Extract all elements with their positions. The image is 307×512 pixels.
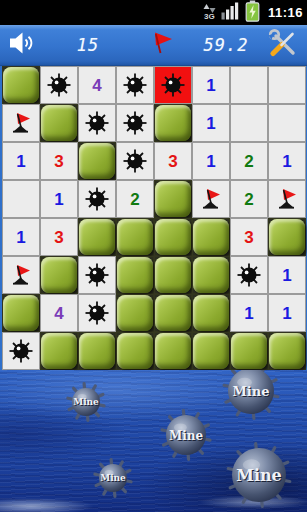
floating-sea-mine: MineMine [92, 457, 134, 503]
mine-icon [122, 148, 148, 174]
adjacent-mine-count: 1 [206, 77, 215, 94]
cell-r6c6[interactable] [192, 256, 230, 294]
cell-r5c2[interactable]: 3 [40, 218, 78, 256]
adjacent-mine-count: 1 [206, 153, 215, 170]
unrevealed-tile[interactable] [41, 105, 77, 141]
mine-icon [46, 72, 72, 98]
cell-r8c3[interactable] [78, 332, 116, 370]
unrevealed-tile[interactable] [117, 257, 153, 293]
unrevealed-tile[interactable] [193, 333, 229, 369]
flag-icon [275, 187, 299, 211]
mine-icon [84, 186, 110, 212]
cell-r5c8[interactable] [268, 218, 306, 256]
mine-icon [160, 72, 186, 98]
cell-r3c1[interactable]: 1 [2, 142, 40, 180]
cell-r7c6[interactable] [192, 294, 230, 332]
cell-r4c3[interactable] [78, 180, 116, 218]
unrevealed-tile[interactable] [231, 333, 267, 369]
cell-r2c3[interactable] [78, 104, 116, 142]
cell-r6c3[interactable] [78, 256, 116, 294]
floating-sea-mine: MineMine [159, 408, 213, 466]
unrevealed-tile[interactable] [117, 295, 153, 331]
unrevealed-tile[interactable] [155, 105, 191, 141]
adjacent-mine-count: 1 [54, 191, 63, 208]
svg-text:Mine: Mine [100, 473, 126, 483]
red-flag-icon [151, 30, 175, 56]
cell-r8c4[interactable] [116, 332, 154, 370]
speaker-icon [8, 30, 38, 56]
unrevealed-tile[interactable] [193, 295, 229, 331]
flag-icon [199, 187, 223, 211]
unrevealed-tile[interactable] [3, 67, 39, 103]
adjacent-mine-count: 2 [244, 153, 253, 170]
cell-r1c2[interactable] [40, 66, 78, 104]
unrevealed-tile[interactable] [41, 257, 77, 293]
adjacent-mine-count: 1 [16, 153, 25, 170]
cell-r7c4[interactable] [116, 294, 154, 332]
cell-r8c1[interactable] [2, 332, 40, 370]
cell-r6c2[interactable] [40, 256, 78, 294]
cell-r2c7[interactable] [230, 104, 268, 142]
cell-r3c6[interactable]: 1 [192, 142, 230, 180]
cell-r3c8[interactable]: 1 [268, 142, 306, 180]
timer-counter: 59.2 [190, 35, 262, 55]
svg-text:Mine: Mine [236, 466, 282, 485]
mine-icon [84, 110, 110, 136]
adjacent-mine-count: 3 [54, 229, 63, 246]
unrevealed-tile[interactable] [79, 333, 115, 369]
svg-text:Mine: Mine [73, 397, 99, 407]
cell-r4c8[interactable] [268, 180, 306, 218]
tools-icon [268, 28, 298, 58]
battery-charging-icon [245, 0, 260, 26]
cell-r1c8[interactable] [268, 66, 306, 104]
unrevealed-tile[interactable] [193, 257, 229, 293]
adjacent-mine-count: 1 [206, 115, 215, 132]
mine-icon [84, 262, 110, 288]
unrevealed-tile[interactable] [269, 219, 305, 255]
adjacent-mine-count: 2 [130, 191, 139, 208]
cell-r4c4[interactable]: 2 [116, 180, 154, 218]
cell-r3c7[interactable]: 2 [230, 142, 268, 180]
unrevealed-tile[interactable] [79, 219, 115, 255]
cell-r5c7[interactable]: 3 [230, 218, 268, 256]
minefield: 4111331211221331411 [0, 66, 307, 370]
cell-r4c1[interactable] [2, 180, 40, 218]
flag-icon [151, 30, 175, 60]
cell-r7c2[interactable]: 4 [40, 294, 78, 332]
svg-text:Mine: Mine [232, 384, 269, 399]
cell-r5c5[interactable] [154, 218, 192, 256]
cell-r8c7[interactable] [230, 332, 268, 370]
flag-icon [9, 263, 33, 287]
cell-r4c6[interactable] [192, 180, 230, 218]
adjacent-mine-count: 2 [244, 191, 253, 208]
network-label: 3G [204, 13, 215, 21]
adjacent-mine-count: 1 [282, 153, 291, 170]
cell-r5c4[interactable] [116, 218, 154, 256]
mine-icon [8, 338, 34, 364]
cell-r4c2[interactable]: 1 [40, 180, 78, 218]
unrevealed-tile[interactable] [269, 333, 305, 369]
adjacent-mine-count: 4 [92, 77, 101, 94]
signal-bars-icon [221, 1, 240, 24]
flag-icon [9, 111, 33, 135]
cell-r6c7[interactable] [230, 256, 268, 294]
cell-r7c3[interactable] [78, 294, 116, 332]
cell-r5c1[interactable]: 1 [2, 218, 40, 256]
cell-r1c5[interactable] [154, 66, 192, 104]
cell-r2c5[interactable] [154, 104, 192, 142]
adjacent-mine-count: 1 [244, 305, 253, 322]
status-bar: 3G 11:16 [0, 0, 307, 25]
unrevealed-tile[interactable] [155, 219, 191, 255]
cell-r3c2[interactable]: 3 [40, 142, 78, 180]
mine-icon [122, 72, 148, 98]
unrevealed-tile[interactable] [117, 333, 153, 369]
cell-r3c5[interactable]: 3 [154, 142, 192, 180]
floating-sea-mine: MineMine [221, 370, 281, 425]
cell-r1c6[interactable]: 1 [192, 66, 230, 104]
unrevealed-tile[interactable] [3, 295, 39, 331]
mine-icon [236, 262, 262, 288]
unrevealed-tile[interactable] [117, 219, 153, 255]
unrevealed-tile[interactable] [79, 143, 115, 179]
game-toolbar: 15 59.2 [0, 25, 307, 66]
cell-r8c6[interactable] [192, 332, 230, 370]
cell-r6c4[interactable] [116, 256, 154, 294]
cell-r5c3[interactable] [78, 218, 116, 256]
adjacent-mine-count: 3 [168, 153, 177, 170]
cell-r2c4[interactable] [116, 104, 154, 142]
ocean-background: MineMineMineMineMineMineMineMineMineMine [0, 370, 307, 512]
unrevealed-tile[interactable] [155, 295, 191, 331]
cell-r2c2[interactable] [40, 104, 78, 142]
floating-sea-mine: MineMine [225, 441, 293, 512]
cell-r6c8[interactable]: 1 [268, 256, 306, 294]
cell-r8c5[interactable] [154, 332, 192, 370]
sound-button[interactable] [8, 30, 38, 60]
cell-r3c3[interactable] [78, 142, 116, 180]
adjacent-mine-count: 3 [54, 153, 63, 170]
unrevealed-tile[interactable] [155, 333, 191, 369]
cell-r1c4[interactable] [116, 66, 154, 104]
cell-r4c7[interactable]: 2 [230, 180, 268, 218]
adjacent-mine-count: 4 [54, 305, 63, 322]
mine-icon [122, 110, 148, 136]
mine-icon [84, 300, 110, 326]
cell-r7c1[interactable] [2, 294, 40, 332]
cell-r1c7[interactable] [230, 66, 268, 104]
cell-r7c5[interactable] [154, 294, 192, 332]
clock: 11:16 [268, 5, 303, 20]
cell-r2c8[interactable] [268, 104, 306, 142]
unrevealed-tile[interactable] [155, 181, 191, 217]
cell-r6c1[interactable] [2, 256, 40, 294]
cell-r8c2[interactable] [40, 332, 78, 370]
settings-button[interactable] [268, 28, 298, 62]
floating-sea-mine: MineMine [65, 381, 107, 427]
network-3g-icon: 3G [203, 4, 216, 21]
unrevealed-tile[interactable] [155, 257, 191, 293]
mines-remaining-counter: 15 [52, 35, 124, 55]
cell-r4c5[interactable] [154, 180, 192, 218]
cell-r2c1[interactable] [2, 104, 40, 142]
cell-r7c7[interactable]: 1 [230, 294, 268, 332]
cell-r6c5[interactable] [154, 256, 192, 294]
adjacent-mine-count: 1 [16, 229, 25, 246]
cell-r5c6[interactable] [192, 218, 230, 256]
unrevealed-tile[interactable] [41, 333, 77, 369]
unrevealed-tile[interactable] [193, 219, 229, 255]
adjacent-mine-count: 3 [244, 229, 253, 246]
cell-r8c8[interactable] [268, 332, 306, 370]
svg-text:Mine: Mine [169, 429, 204, 443]
cell-r1c3[interactable]: 4 [78, 66, 116, 104]
cell-r7c8[interactable]: 1 [268, 294, 306, 332]
cell-r1c1[interactable] [2, 66, 40, 104]
adjacent-mine-count: 1 [282, 305, 291, 322]
cell-r2c6[interactable]: 1 [192, 104, 230, 142]
cell-r3c4[interactable] [116, 142, 154, 180]
adjacent-mine-count: 1 [282, 267, 291, 284]
minesweeper-app-screen: 3G 11:16 15 59.2 4111331211221331411 Min… [0, 0, 307, 512]
